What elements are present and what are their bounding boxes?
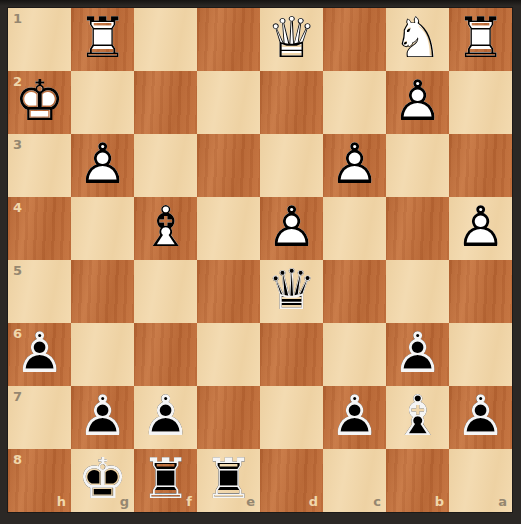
white-knight-glyph: ♞ <box>386 8 449 68</box>
rank-label: 3 <box>13 138 22 151</box>
square-e8[interactable]: e♜♖ <box>197 449 260 512</box>
square-g4[interactable] <box>71 197 134 260</box>
white-pawn-glyph: ♟ <box>323 134 386 194</box>
black-pawn-glyph: ♟ <box>134 386 197 446</box>
white-knight-outline: ♘ <box>386 8 449 68</box>
square-b6[interactable]: ♟♙ <box>386 323 449 386</box>
piece-black-queen[interactable]: ♛♕ <box>260 260 323 323</box>
square-d1[interactable]: ♛♕ <box>260 8 323 71</box>
square-f2[interactable] <box>134 71 197 134</box>
white-pawn-outline: ♙ <box>386 71 449 131</box>
piece-black-pawn[interactable]: ♟♙ <box>323 386 386 449</box>
square-g1[interactable]: ♜♖ <box>71 8 134 71</box>
piece-black-pawn[interactable]: ♟♙ <box>386 323 449 386</box>
black-pawn-outline: ♙ <box>71 386 134 446</box>
square-a2[interactable] <box>449 71 512 134</box>
black-pawn-outline: ♙ <box>386 323 449 383</box>
black-rook-glyph: ♜ <box>134 449 197 509</box>
white-pawn-outline: ♙ <box>71 134 134 194</box>
piece-black-king[interactable]: ♚♔ <box>71 449 134 512</box>
square-c2[interactable] <box>323 71 386 134</box>
file-label: a <box>498 495 507 508</box>
square-f1[interactable] <box>134 8 197 71</box>
rank-label: 5 <box>13 264 22 277</box>
white-rook-outline: ♖ <box>71 8 134 68</box>
square-d6[interactable] <box>260 323 323 386</box>
square-e5[interactable] <box>197 260 260 323</box>
rank-label: 8 <box>13 453 22 466</box>
board-frame: 1♜♖♛♕♞♘♜♖2♚♔♟♙3♟♙♟♙4♝♗♟♙♟♙5♛♕6♟♙♟♙7♟♙♟♙♟… <box>0 0 521 524</box>
square-f7[interactable]: ♟♙ <box>134 386 197 449</box>
square-e2[interactable] <box>197 71 260 134</box>
white-queen-outline: ♕ <box>260 8 323 68</box>
square-d3[interactable] <box>260 134 323 197</box>
square-h3[interactable]: 3 <box>8 134 71 197</box>
square-d5[interactable]: ♛♕ <box>260 260 323 323</box>
piece-white-knight[interactable]: ♞♘ <box>386 8 449 71</box>
white-pawn-outline: ♙ <box>449 197 512 257</box>
file-label: b <box>435 495 444 508</box>
square-e1[interactable] <box>197 8 260 71</box>
square-b3[interactable] <box>386 134 449 197</box>
square-h8[interactable]: 8h <box>8 449 71 512</box>
white-pawn-glyph: ♟ <box>260 197 323 257</box>
black-king-outline: ♔ <box>71 449 134 509</box>
square-h7[interactable]: 7 <box>8 386 71 449</box>
square-c5[interactable] <box>323 260 386 323</box>
piece-white-pawn[interactable]: ♟♙ <box>449 197 512 260</box>
square-h6[interactable]: 6♟♙ <box>8 323 71 386</box>
white-king-outline: ♔ <box>8 71 71 131</box>
square-h5[interactable]: 5 <box>8 260 71 323</box>
square-c8[interactable]: c <box>323 449 386 512</box>
square-f5[interactable] <box>134 260 197 323</box>
white-pawn-glyph: ♟ <box>386 71 449 131</box>
white-bishop-glyph: ♝ <box>134 197 197 257</box>
piece-black-pawn[interactable]: ♟♙ <box>134 386 197 449</box>
square-d4[interactable]: ♟♙ <box>260 197 323 260</box>
square-g5[interactable] <box>71 260 134 323</box>
square-e6[interactable] <box>197 323 260 386</box>
white-king-glyph: ♚ <box>8 71 71 131</box>
square-a8[interactable]: a <box>449 449 512 512</box>
square-h4[interactable]: 4 <box>8 197 71 260</box>
piece-black-bishop[interactable]: ♝♗ <box>386 386 449 449</box>
piece-white-rook[interactable]: ♜♖ <box>449 8 512 71</box>
piece-white-pawn[interactable]: ♟♙ <box>386 71 449 134</box>
square-b8[interactable]: b <box>386 449 449 512</box>
square-h1[interactable]: 1 <box>8 8 71 71</box>
piece-white-bishop[interactable]: ♝♗ <box>134 197 197 260</box>
square-f4[interactable]: ♝♗ <box>134 197 197 260</box>
square-b2[interactable]: ♟♙ <box>386 71 449 134</box>
piece-white-queen[interactable]: ♛♕ <box>260 8 323 71</box>
black-pawn-outline: ♙ <box>134 386 197 446</box>
square-d2[interactable] <box>260 71 323 134</box>
file-label: c <box>373 495 381 508</box>
black-queen-outline: ♕ <box>260 260 323 320</box>
square-g3[interactable]: ♟♙ <box>71 134 134 197</box>
square-e3[interactable] <box>197 134 260 197</box>
square-g6[interactable] <box>71 323 134 386</box>
square-f3[interactable] <box>134 134 197 197</box>
piece-white-pawn[interactable]: ♟♙ <box>323 134 386 197</box>
file-label: d <box>309 495 318 508</box>
black-pawn-glyph: ♟ <box>386 323 449 383</box>
rank-label: 4 <box>13 201 22 214</box>
white-rook-glyph: ♜ <box>71 8 134 68</box>
black-pawn-outline: ♙ <box>323 386 386 446</box>
black-rook-outline: ♖ <box>134 449 197 509</box>
piece-black-pawn[interactable]: ♟♙ <box>449 386 512 449</box>
white-pawn-glyph: ♟ <box>449 197 512 257</box>
white-pawn-outline: ♙ <box>260 197 323 257</box>
file-label: h <box>57 495 66 508</box>
square-e7[interactable] <box>197 386 260 449</box>
white-pawn-outline: ♙ <box>323 134 386 194</box>
white-queen-glyph: ♛ <box>260 8 323 68</box>
square-a4[interactable]: ♟♙ <box>449 197 512 260</box>
black-pawn-glyph: ♟ <box>449 386 512 446</box>
square-e4[interactable] <box>197 197 260 260</box>
white-rook-outline: ♖ <box>449 8 512 68</box>
square-b5[interactable] <box>386 260 449 323</box>
square-f8[interactable]: f♜♖ <box>134 449 197 512</box>
square-d7[interactable] <box>260 386 323 449</box>
black-queen-glyph: ♛ <box>260 260 323 320</box>
square-d8[interactable]: d <box>260 449 323 512</box>
square-a7[interactable]: ♟♙ <box>449 386 512 449</box>
black-pawn-glyph: ♟ <box>8 323 71 383</box>
black-pawn-outline: ♙ <box>8 323 71 383</box>
piece-white-rook[interactable]: ♜♖ <box>71 8 134 71</box>
square-c6[interactable] <box>323 323 386 386</box>
black-rook-outline: ♖ <box>197 449 260 509</box>
square-g2[interactable] <box>71 71 134 134</box>
white-rook-glyph: ♜ <box>449 8 512 68</box>
piece-black-pawn[interactable]: ♟♙ <box>71 386 134 449</box>
square-c3[interactable]: ♟♙ <box>323 134 386 197</box>
rank-label: 7 <box>13 390 22 403</box>
chess-board: 1♜♖♛♕♞♘♜♖2♚♔♟♙3♟♙♟♙4♝♗♟♙♟♙5♛♕6♟♙♟♙7♟♙♟♙♟… <box>8 8 512 512</box>
piece-black-rook[interactable]: ♜♖ <box>134 449 197 512</box>
piece-white-pawn[interactable]: ♟♙ <box>71 134 134 197</box>
square-g7[interactable]: ♟♙ <box>71 386 134 449</box>
black-king-glyph: ♚ <box>71 449 134 509</box>
square-b7[interactable]: ♝♗ <box>386 386 449 449</box>
square-c1[interactable] <box>323 8 386 71</box>
square-b4[interactable] <box>386 197 449 260</box>
piece-black-rook[interactable]: ♜♖ <box>197 449 260 512</box>
square-a3[interactable] <box>449 134 512 197</box>
piece-white-king[interactable]: ♚♔ <box>8 71 71 134</box>
square-c7[interactable]: ♟♙ <box>323 386 386 449</box>
black-pawn-glyph: ♟ <box>71 386 134 446</box>
white-pawn-glyph: ♟ <box>71 134 134 194</box>
black-pawn-outline: ♙ <box>449 386 512 446</box>
square-b1[interactable]: ♞♘ <box>386 8 449 71</box>
black-rook-glyph: ♜ <box>197 449 260 509</box>
black-bishop-outline: ♗ <box>386 386 449 446</box>
black-bishop-glyph: ♝ <box>386 386 449 446</box>
black-pawn-glyph: ♟ <box>323 386 386 446</box>
piece-white-pawn[interactable]: ♟♙ <box>260 197 323 260</box>
square-c4[interactable] <box>323 197 386 260</box>
square-a5[interactable] <box>449 260 512 323</box>
piece-black-pawn[interactable]: ♟♙ <box>8 323 71 386</box>
square-f6[interactable] <box>134 323 197 386</box>
square-g8[interactable]: g♚♔ <box>71 449 134 512</box>
white-bishop-outline: ♗ <box>134 197 197 257</box>
rank-label: 1 <box>13 12 22 25</box>
square-h2[interactable]: 2♚♔ <box>8 71 71 134</box>
square-a1[interactable]: ♜♖ <box>449 8 512 71</box>
square-a6[interactable] <box>449 323 512 386</box>
